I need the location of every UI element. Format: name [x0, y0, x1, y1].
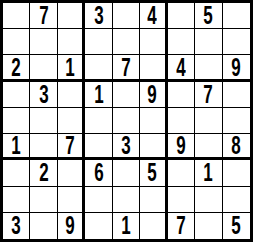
cell-r3c3[interactable]: 1	[58, 55, 85, 81]
given-digit: 7	[39, 3, 48, 28]
sudoku-board: 734521749319717398265139175	[0, 0, 253, 242]
given-digit: 5	[148, 160, 157, 185]
cell-r9c7[interactable]: 7	[168, 213, 195, 239]
cell-r6c7[interactable]: 9	[168, 134, 195, 160]
cell-r9c3[interactable]: 9	[58, 213, 85, 239]
cell-r3c5[interactable]: 7	[113, 55, 140, 81]
cell-r6c9[interactable]: 8	[223, 134, 250, 160]
cell-r5c5[interactable]	[113, 108, 140, 134]
cell-r4c7[interactable]	[168, 82, 195, 108]
cell-r1c5[interactable]	[113, 3, 140, 29]
cell-r5c1[interactable]	[3, 108, 30, 134]
given-digit: 7	[121, 55, 130, 79]
cell-r5c8[interactable]	[195, 108, 222, 134]
cell-r9c8[interactable]	[195, 213, 222, 239]
cell-r8c5[interactable]	[113, 187, 140, 213]
cell-r1c2[interactable]: 7	[30, 3, 57, 29]
given-digit: 1	[65, 55, 74, 79]
cell-r6c8[interactable]	[195, 134, 222, 160]
given-digit: 7	[65, 134, 74, 158]
cell-r4c2[interactable]: 3	[30, 82, 57, 108]
cell-r5c4[interactable]	[85, 108, 112, 134]
given-digit: 1	[94, 82, 103, 107]
cell-r4c4[interactable]: 1	[85, 82, 112, 108]
cell-r2c1[interactable]	[3, 29, 30, 55]
cell-r7c1[interactable]	[3, 160, 30, 186]
cell-r2c4[interactable]	[85, 29, 112, 55]
cell-r7c3[interactable]	[58, 160, 85, 186]
cell-r9c6[interactable]	[140, 213, 167, 239]
cell-r8c1[interactable]	[3, 187, 30, 213]
given-digit: 4	[176, 55, 185, 79]
given-digit: 1	[11, 134, 20, 158]
given-digit: 9	[176, 134, 185, 158]
cell-r6c3[interactable]: 7	[58, 134, 85, 160]
cell-r6c6[interactable]	[140, 134, 167, 160]
given-digit: 8	[232, 134, 241, 158]
cell-r9c5[interactable]: 1	[113, 213, 140, 239]
cell-r1c6[interactable]: 4	[140, 3, 167, 29]
given-digit: 7	[176, 213, 185, 238]
cell-r5c2[interactable]	[30, 108, 57, 134]
cell-r3c8[interactable]	[195, 55, 222, 81]
cell-r1c7[interactable]	[168, 3, 195, 29]
cell-r8c3[interactable]	[58, 187, 85, 213]
cell-r7c8[interactable]: 1	[195, 160, 222, 186]
cell-r1c3[interactable]	[58, 3, 85, 29]
cell-r8c7[interactable]	[168, 187, 195, 213]
cell-r8c2[interactable]	[30, 187, 57, 213]
cell-r5c3[interactable]	[58, 108, 85, 134]
cell-r8c4[interactable]	[85, 187, 112, 213]
given-digit: 1	[121, 213, 130, 238]
cell-r6c1[interactable]: 1	[3, 134, 30, 160]
cell-r5c6[interactable]	[140, 108, 167, 134]
cell-r8c9[interactable]	[223, 187, 250, 213]
cell-r4c1[interactable]	[3, 82, 30, 108]
cell-r6c5[interactable]: 3	[113, 134, 140, 160]
given-digit: 2	[39, 160, 48, 185]
cell-r2c5[interactable]	[113, 29, 140, 55]
cell-r4c8[interactable]: 7	[195, 82, 222, 108]
cell-r3c9[interactable]: 9	[223, 55, 250, 81]
cell-r7c4[interactable]: 6	[85, 160, 112, 186]
given-digit: 9	[232, 55, 241, 79]
cell-r4c5[interactable]	[113, 82, 140, 108]
given-digit: 9	[65, 213, 74, 238]
sudoku-puzzle: 734521749319717398265139175	[0, 0, 253, 242]
cell-r4c9[interactable]	[223, 82, 250, 108]
given-digit: 1	[204, 160, 213, 185]
cell-r7c9[interactable]	[223, 160, 250, 186]
cell-r1c1[interactable]	[3, 3, 30, 29]
given-digit: 9	[148, 82, 157, 107]
cell-r3c6[interactable]	[140, 55, 167, 81]
given-digit: 5	[204, 3, 213, 28]
given-digit: 3	[121, 134, 130, 158]
given-digit: 7	[204, 82, 213, 107]
given-digit: 2	[11, 55, 20, 79]
given-digit: 4	[148, 3, 157, 28]
cell-r8c8[interactable]	[195, 187, 222, 213]
cell-r6c2[interactable]	[30, 134, 57, 160]
cell-r3c2[interactable]	[30, 55, 57, 81]
cell-r9c2[interactable]	[30, 213, 57, 239]
cell-r3c1[interactable]: 2	[3, 55, 30, 81]
given-digit: 3	[94, 3, 103, 28]
cell-r6c4[interactable]	[85, 134, 112, 160]
cell-r2c2[interactable]	[30, 29, 57, 55]
cell-r3c7[interactable]: 4	[168, 55, 195, 81]
cell-r5c9[interactable]	[223, 108, 250, 134]
given-digit: 3	[39, 82, 48, 107]
cell-r1c4[interactable]: 3	[85, 3, 112, 29]
cell-r9c4[interactable]	[85, 213, 112, 239]
cell-r7c6[interactable]: 5	[140, 160, 167, 186]
cell-r4c3[interactable]	[58, 82, 85, 108]
given-digit: 3	[11, 213, 20, 238]
cell-r5c7[interactable]	[168, 108, 195, 134]
cell-r4c6[interactable]: 9	[140, 82, 167, 108]
cell-r8c6[interactable]	[140, 187, 167, 213]
cell-r2c6[interactable]	[140, 29, 167, 55]
cell-r9c1[interactable]: 3	[3, 213, 30, 239]
cell-r9c9[interactable]: 5	[223, 213, 250, 239]
given-digit: 6	[94, 160, 103, 185]
cell-r7c5[interactable]	[113, 160, 140, 186]
given-digit: 5	[232, 213, 241, 238]
cell-r2c7[interactable]	[168, 29, 195, 55]
cell-r7c7[interactable]	[168, 160, 195, 186]
cell-r1c8[interactable]: 5	[195, 3, 222, 29]
cell-r2c3[interactable]	[58, 29, 85, 55]
cell-r7c2[interactable]: 2	[30, 160, 57, 186]
cell-r2c9[interactable]	[223, 29, 250, 55]
cell-r3c4[interactable]	[85, 55, 112, 81]
cell-r1c9[interactable]	[223, 3, 250, 29]
cell-r2c8[interactable]	[195, 29, 222, 55]
